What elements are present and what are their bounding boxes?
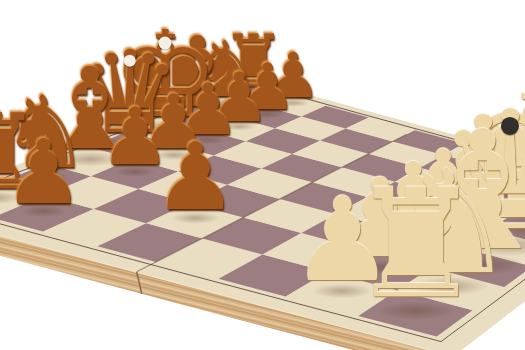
piece-white-rook-a1[interactable]: ♜ <box>349 169 483 319</box>
piece-black-pawn-b5[interactable]: ♟ <box>154 131 237 224</box>
piece-black-pawn-a7[interactable]: ♟ <box>4 128 84 217</box>
chessboard-photo: ♜♞♟♟♝♟♚♟♛♟♝♟♟♞♟♜♟♜♞♟♟♝♟♟♚♛♟♝♟♞♟♜ <box>0 0 525 350</box>
